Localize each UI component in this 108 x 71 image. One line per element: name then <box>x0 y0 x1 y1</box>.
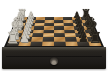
piece-bP[interactable]: ♟ <box>78 33 89 45</box>
chess-set-scene: ♜♟♟♜♞♟♟♞♝♟♟♝♛♟♟♛♚♟♟♚♝♟♟♝♞♟♟♞♜♟♟♜ <box>0 0 108 71</box>
piece-bR[interactable]: ♜ <box>89 31 102 46</box>
pieces-layer: ♜♟♟♜♞♟♟♞♝♟♟♝♛♟♟♛♚♟♟♚♝♟♟♝♞♟♟♞♜♟♟♜ <box>0 0 108 71</box>
piece-wR[interactable]: ♜ <box>6 31 19 46</box>
piece-wP[interactable]: ♟ <box>19 33 30 45</box>
